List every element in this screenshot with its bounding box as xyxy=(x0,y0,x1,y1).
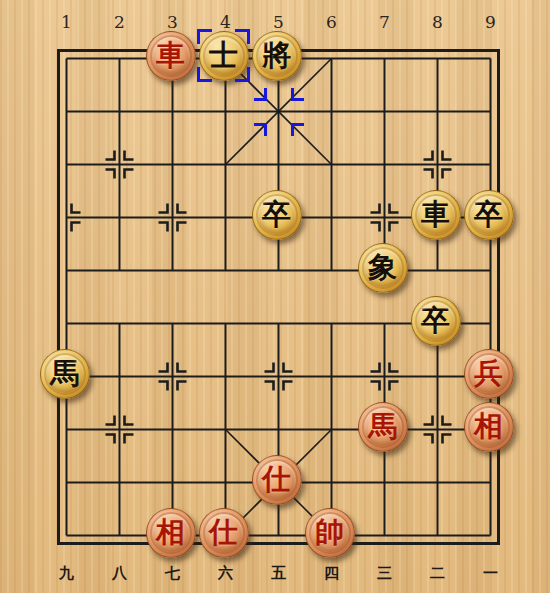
red-elephant-glyph: 相 xyxy=(147,509,195,557)
black-soldier-glyph: 卒 xyxy=(412,297,460,345)
black-soldier-glyph: 卒 xyxy=(465,191,513,239)
file-label-top-3: 3 xyxy=(160,12,186,32)
file-label-bottom-九: 九 xyxy=(54,564,80,583)
black-elephant-glyph: 象 xyxy=(359,244,407,292)
piece-red-advisor[interactable]: 仕 xyxy=(252,455,302,505)
black-general-glyph: 將 xyxy=(253,32,301,80)
piece-black-chariot[interactable]: 車 xyxy=(411,190,461,240)
piece-red-elephant[interactable]: 相 xyxy=(146,508,196,558)
piece-black-soldier[interactable]: 卒 xyxy=(252,190,302,240)
piece-red-advisor[interactable]: 仕 xyxy=(199,508,249,558)
piece-red-horse[interactable]: 馬 xyxy=(358,402,408,452)
piece-black-horse[interactable]: 馬 xyxy=(40,349,90,399)
black-advisor-glyph: 士 xyxy=(200,32,248,80)
black-soldier-glyph: 卒 xyxy=(253,191,301,239)
piece-black-soldier[interactable]: 卒 xyxy=(411,296,461,346)
piece-black-elephant[interactable]: 象 xyxy=(358,243,408,293)
xiangqi-board: 123456789 車士將卒車卒象卒馬兵馬相仕相仕帥 九八七六五四三二一 xyxy=(0,0,550,593)
piece-red-soldier[interactable]: 兵 xyxy=(464,349,514,399)
piece-red-elephant[interactable]: 相 xyxy=(464,402,514,452)
file-label-top-4: 4 xyxy=(213,12,239,32)
file-label-top-9: 9 xyxy=(478,12,504,32)
piece-layer: 車士將卒車卒象卒馬兵馬相仕相仕帥 xyxy=(40,32,517,562)
file-label-top-8: 8 xyxy=(425,12,451,32)
piece-red-chariot[interactable]: 車 xyxy=(146,31,196,81)
piece-black-soldier[interactable]: 卒 xyxy=(464,190,514,240)
file-label-top-2: 2 xyxy=(107,12,133,32)
red-advisor-glyph: 仕 xyxy=(253,456,301,504)
black-horse-glyph: 馬 xyxy=(41,350,89,398)
red-advisor-glyph: 仕 xyxy=(200,509,248,557)
file-label-bottom-五: 五 xyxy=(266,564,292,583)
file-label-bottom-二: 二 xyxy=(425,564,451,583)
file-label-bottom-四: 四 xyxy=(319,564,345,583)
file-label-top-1: 1 xyxy=(54,12,80,32)
file-label-bottom-七: 七 xyxy=(160,564,186,583)
piece-red-general[interactable]: 帥 xyxy=(305,508,355,558)
move-target-highlight[interactable] xyxy=(254,88,304,136)
red-horse-glyph: 馬 xyxy=(359,403,407,451)
piece-black-general[interactable]: 將 xyxy=(252,31,302,81)
file-label-bottom-八: 八 xyxy=(107,564,133,583)
file-label-top-6: 6 xyxy=(319,12,345,32)
file-label-top-5: 5 xyxy=(266,12,292,32)
file-label-bottom-三: 三 xyxy=(372,564,398,583)
file-label-top-7: 7 xyxy=(372,12,398,32)
red-elephant-glyph: 相 xyxy=(465,403,513,451)
red-soldier-glyph: 兵 xyxy=(465,350,513,398)
red-chariot-glyph: 車 xyxy=(147,32,195,80)
red-general-glyph: 帥 xyxy=(306,509,354,557)
file-label-bottom-六: 六 xyxy=(213,564,239,583)
black-chariot-glyph: 車 xyxy=(412,191,460,239)
piece-black-advisor[interactable]: 士 xyxy=(199,31,249,81)
file-label-bottom-一: 一 xyxy=(478,564,504,583)
